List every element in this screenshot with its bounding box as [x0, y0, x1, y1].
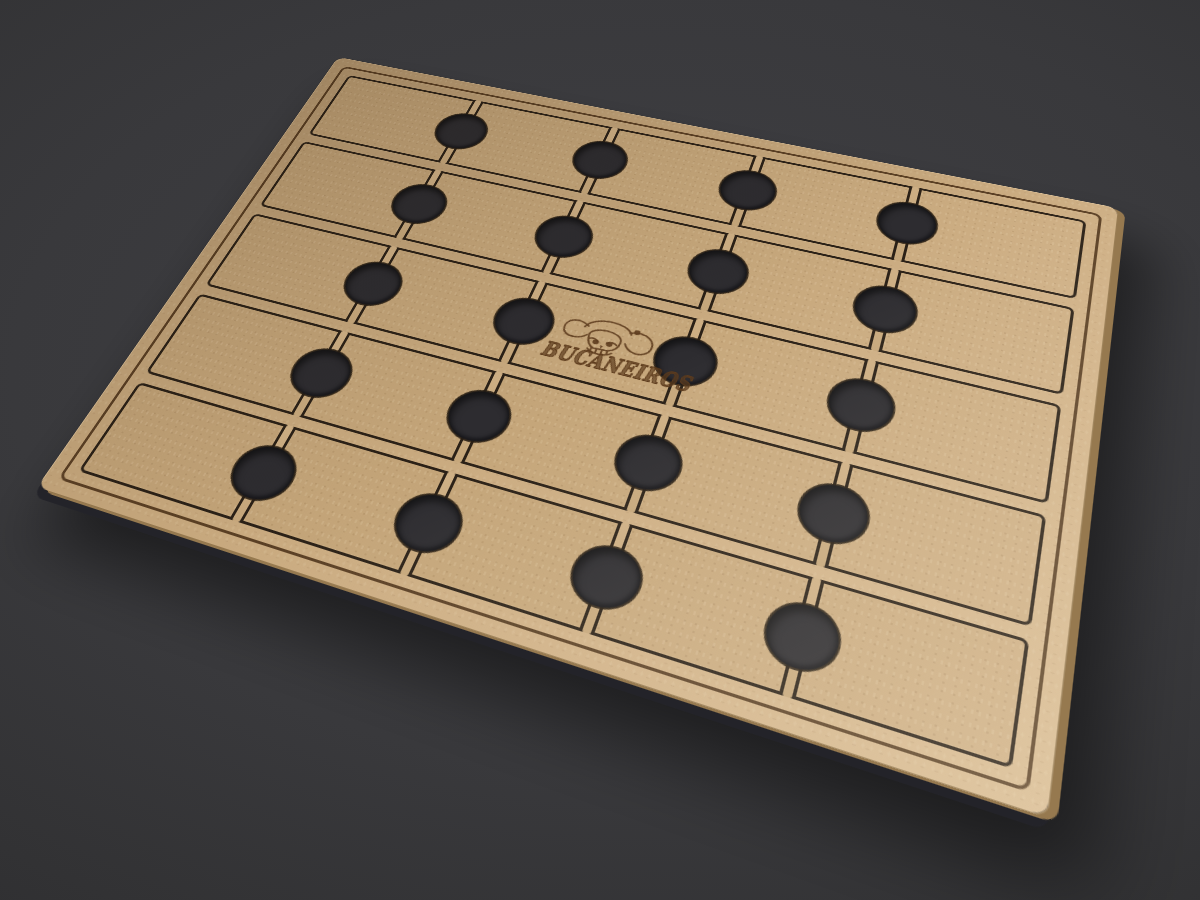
finger-hole [428, 111, 493, 153]
finger-hole [222, 440, 305, 506]
photo-scene: BUCANEIROS [0, 0, 1200, 900]
finger-hole [608, 430, 688, 497]
finger-hole [850, 281, 921, 337]
finger-hole [282, 344, 360, 403]
finger-hole [439, 385, 518, 448]
mdf-tray-board: BUCANEIROS [37, 57, 1118, 817]
tray-grid: BUCANEIROS [78, 75, 1086, 769]
finger-hole [384, 181, 453, 228]
finger-hole [793, 478, 874, 551]
finger-hole [566, 138, 632, 183]
finger-hole [715, 167, 781, 214]
finger-hole [683, 245, 753, 298]
finger-hole [528, 212, 598, 262]
finger-hole [385, 487, 470, 558]
finger-hole [823, 374, 898, 438]
finger-hole [873, 198, 940, 248]
finger-hole [336, 258, 409, 310]
finger-hole [759, 595, 846, 678]
finger-hole [564, 539, 650, 616]
brand-logo: BUCANEIROS [518, 295, 688, 389]
